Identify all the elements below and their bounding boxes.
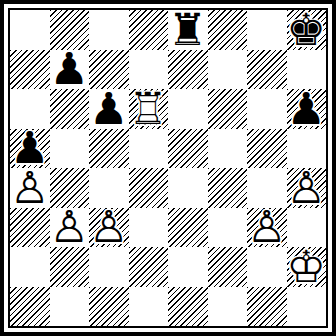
square-e1[interactable] (168, 287, 208, 327)
black-pawn-h6[interactable]: ♟ (287, 89, 327, 129)
square-d5[interactable] (129, 129, 169, 169)
square-g6[interactable] (247, 89, 287, 129)
square-b7[interactable]: ♟ (50, 50, 90, 90)
square-f2[interactable] (208, 247, 248, 287)
square-f7[interactable] (208, 50, 248, 90)
square-c3[interactable]: ♟♙ (89, 208, 129, 248)
square-a7[interactable] (10, 50, 50, 90)
square-a5[interactable]: ♟ (10, 129, 50, 169)
white-pawn-c3[interactable]: ♟♙ (89, 208, 129, 248)
black-piece-glyph: ♟ (89, 89, 129, 129)
black-piece-glyph: ♟ (287, 89, 327, 129)
square-c6[interactable]: ♟ (89, 89, 129, 129)
square-f4[interactable] (208, 168, 248, 208)
square-h4[interactable]: ♟♙ (287, 168, 327, 208)
square-e4[interactable] (168, 168, 208, 208)
square-c8[interactable] (89, 10, 129, 50)
square-h8[interactable]: ♚ (287, 10, 327, 50)
white-rook-d6[interactable]: ♜♖ (129, 89, 169, 129)
square-a8[interactable] (10, 10, 50, 50)
white-pawn-g3[interactable]: ♟♙ (247, 208, 287, 248)
square-b8[interactable] (50, 10, 90, 50)
square-e3[interactable] (168, 208, 208, 248)
black-piece-glyph: ♜ (168, 10, 208, 50)
square-g7[interactable] (247, 50, 287, 90)
square-g5[interactable] (247, 129, 287, 169)
square-d4[interactable] (129, 168, 169, 208)
square-e6[interactable] (168, 89, 208, 129)
square-a4[interactable]: ♟♙ (10, 168, 50, 208)
square-h2[interactable]: ♚♔ (287, 247, 327, 287)
square-g4[interactable] (247, 168, 287, 208)
white-piece-fill: ♜ (129, 89, 169, 129)
square-g1[interactable] (247, 287, 287, 327)
square-e2[interactable] (168, 247, 208, 287)
square-b2[interactable] (50, 247, 90, 287)
square-a6[interactable] (10, 89, 50, 129)
white-king-h2[interactable]: ♚♔ (287, 247, 327, 287)
square-h6[interactable]: ♟ (287, 89, 327, 129)
square-d1[interactable] (129, 287, 169, 327)
black-pawn-a5[interactable]: ♟ (10, 129, 50, 169)
square-f5[interactable] (208, 129, 248, 169)
white-pawn-a4[interactable]: ♟♙ (10, 168, 50, 208)
square-a2[interactable] (10, 247, 50, 287)
white-piece-outline: ♙ (89, 208, 129, 248)
white-piece-fill: ♟ (287, 168, 327, 208)
square-a3[interactable] (10, 208, 50, 248)
square-f3[interactable] (208, 208, 248, 248)
square-g2[interactable] (247, 247, 287, 287)
white-piece-fill: ♟ (247, 208, 287, 248)
white-piece-outline: ♙ (287, 168, 327, 208)
square-h7[interactable] (287, 50, 327, 90)
square-d3[interactable] (129, 208, 169, 248)
white-pawn-b3[interactable]: ♟♙ (50, 208, 90, 248)
square-h3[interactable] (287, 208, 327, 248)
square-b4[interactable] (50, 168, 90, 208)
square-b1[interactable] (50, 287, 90, 327)
square-c2[interactable] (89, 247, 129, 287)
square-b3[interactable]: ♟♙ (50, 208, 90, 248)
square-b5[interactable] (50, 129, 90, 169)
square-c4[interactable] (89, 168, 129, 208)
square-d7[interactable] (129, 50, 169, 90)
square-e7[interactable] (168, 50, 208, 90)
white-piece-fill: ♚ (287, 247, 327, 287)
square-h5[interactable] (287, 129, 327, 169)
square-d6[interactable]: ♜♖ (129, 89, 169, 129)
square-e5[interactable] (168, 129, 208, 169)
board-frame: ♜♚♟♟♜♖♟♟♟♙♟♙♟♙♟♙♟♙♚♔ (8, 8, 328, 328)
black-rook-e8[interactable]: ♜ (168, 10, 208, 50)
black-pawn-b7[interactable]: ♟ (50, 50, 90, 90)
white-piece-outline: ♖ (129, 89, 169, 129)
white-piece-outline: ♙ (50, 208, 90, 248)
white-piece-fill: ♟ (89, 208, 129, 248)
black-piece-glyph: ♚ (287, 10, 327, 50)
square-f8[interactable] (208, 10, 248, 50)
square-a1[interactable] (10, 287, 50, 327)
square-g8[interactable] (247, 10, 287, 50)
square-f1[interactable] (208, 287, 248, 327)
square-h1[interactable] (287, 287, 327, 327)
square-g3[interactable]: ♟♙ (247, 208, 287, 248)
black-piece-glyph: ♟ (50, 50, 90, 90)
square-c5[interactable] (89, 129, 129, 169)
square-b6[interactable] (50, 89, 90, 129)
square-c7[interactable] (89, 50, 129, 90)
square-d2[interactable] (129, 247, 169, 287)
square-e8[interactable]: ♜ (168, 10, 208, 50)
square-d8[interactable] (129, 10, 169, 50)
chess-board: ♜♚♟♟♜♖♟♟♟♙♟♙♟♙♟♙♟♙♚♔ (10, 10, 326, 326)
white-piece-fill: ♟ (50, 208, 90, 248)
square-c1[interactable] (89, 287, 129, 327)
black-piece-glyph: ♟ (10, 129, 50, 169)
black-pawn-c6[interactable]: ♟ (89, 89, 129, 129)
black-king-h8[interactable]: ♚ (287, 10, 327, 50)
white-piece-outline: ♙ (10, 168, 50, 208)
white-pawn-h4[interactable]: ♟♙ (287, 168, 327, 208)
chess-diagram: ♜♚♟♟♜♖♟♟♟♙♟♙♟♙♟♙♟♙♚♔ (0, 0, 336, 336)
white-piece-outline: ♔ (287, 247, 327, 287)
square-f6[interactable] (208, 89, 248, 129)
white-piece-outline: ♙ (247, 208, 287, 248)
white-piece-fill: ♟ (10, 168, 50, 208)
